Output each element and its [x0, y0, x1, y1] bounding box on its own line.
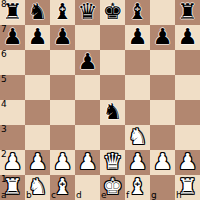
square-c5[interactable] — [50, 75, 75, 100]
piece-black-rook-h8[interactable]: ♜ — [178, 0, 198, 24]
square-f2[interactable]: ♟ — [125, 150, 150, 175]
square-g8[interactable] — [150, 0, 175, 25]
rank-label-3: 3 — [1, 125, 7, 134]
piece-white-pawn-h2[interactable]: ♟ — [178, 149, 198, 174]
square-f3[interactable]: ♞ — [125, 125, 150, 150]
square-g5[interactable] — [150, 75, 175, 100]
piece-white-bishop-c1[interactable]: ♝ — [53, 174, 73, 199]
piece-white-king-e1[interactable]: ♚ — [103, 174, 123, 199]
square-c4[interactable] — [50, 100, 75, 125]
square-g7[interactable]: ♟ — [150, 25, 175, 50]
square-g2[interactable]: ♟ — [150, 150, 175, 175]
rank-label-4: 4 — [1, 100, 7, 109]
piece-black-pawn-d6[interactable]: ♟ — [78, 49, 98, 74]
square-a7[interactable]: 7♟ — [0, 25, 25, 50]
square-c1[interactable]: c♝ — [50, 175, 75, 200]
chess-board: 8♜♞♝♛♚♝♜7♟♟♟♟♟♟6♟54♞3♞2♟♟♟♟♛♟♟♟1a♜b♞c♝de… — [0, 0, 200, 200]
square-c6[interactable] — [50, 50, 75, 75]
piece-white-pawn-a2[interactable]: ♟ — [3, 149, 23, 174]
square-e2[interactable]: ♛ — [100, 150, 125, 175]
file-label-d: d — [76, 191, 82, 200]
square-e5[interactable] — [100, 75, 125, 100]
square-b1[interactable]: b♞ — [25, 175, 50, 200]
square-b6[interactable] — [25, 50, 50, 75]
square-d8[interactable]: ♛ — [75, 0, 100, 25]
piece-black-knight-e4[interactable]: ♞ — [103, 99, 123, 124]
square-e7[interactable] — [100, 25, 125, 50]
square-d7[interactable] — [75, 25, 100, 50]
square-a4[interactable]: 4 — [0, 100, 25, 125]
square-f1[interactable]: f♝ — [125, 175, 150, 200]
square-d6[interactable]: ♟ — [75, 50, 100, 75]
square-a2[interactable]: 2♟ — [0, 150, 25, 175]
piece-white-rook-h1[interactable]: ♜ — [178, 174, 198, 199]
square-e4[interactable]: ♞ — [100, 100, 125, 125]
square-d3[interactable] — [75, 125, 100, 150]
square-g3[interactable] — [150, 125, 175, 150]
square-h5[interactable] — [175, 75, 200, 100]
square-b5[interactable] — [25, 75, 50, 100]
square-h1[interactable]: h♜ — [175, 175, 200, 200]
piece-black-bishop-f8[interactable]: ♝ — [128, 0, 148, 24]
square-c8[interactable]: ♝ — [50, 0, 75, 25]
square-f4[interactable] — [125, 100, 150, 125]
square-a3[interactable]: 3 — [0, 125, 25, 150]
piece-black-pawn-c7[interactable]: ♟ — [53, 24, 73, 49]
square-b4[interactable] — [25, 100, 50, 125]
piece-black-pawn-b7[interactable]: ♟ — [28, 24, 48, 49]
square-f7[interactable]: ♟ — [125, 25, 150, 50]
square-e8[interactable]: ♚ — [100, 0, 125, 25]
piece-black-pawn-g7[interactable]: ♟ — [153, 24, 173, 49]
square-a8[interactable]: 8♜ — [0, 0, 25, 25]
piece-black-pawn-a7[interactable]: ♟ — [3, 24, 23, 49]
piece-white-bishop-f1[interactable]: ♝ — [128, 174, 148, 199]
piece-black-pawn-h7[interactable]: ♟ — [178, 24, 198, 49]
square-d4[interactable] — [75, 100, 100, 125]
piece-white-knight-f3[interactable]: ♞ — [128, 124, 148, 149]
square-a1[interactable]: 1a♜ — [0, 175, 25, 200]
piece-white-pawn-d2[interactable]: ♟ — [78, 149, 98, 174]
square-h6[interactable] — [175, 50, 200, 75]
square-h4[interactable] — [175, 100, 200, 125]
piece-black-pawn-f7[interactable]: ♟ — [128, 24, 148, 49]
square-b3[interactable] — [25, 125, 50, 150]
piece-white-rook-a1[interactable]: ♜ — [3, 174, 23, 199]
square-e1[interactable]: e♚ — [100, 175, 125, 200]
piece-white-queen-e2[interactable]: ♛ — [103, 149, 123, 174]
square-f8[interactable]: ♝ — [125, 0, 150, 25]
file-label-g: g — [151, 191, 157, 200]
square-h2[interactable]: ♟ — [175, 150, 200, 175]
square-h3[interactable] — [175, 125, 200, 150]
piece-black-king-e8[interactable]: ♚ — [103, 0, 123, 24]
square-f5[interactable] — [125, 75, 150, 100]
square-a5[interactable]: 5 — [0, 75, 25, 100]
square-e3[interactable] — [100, 125, 125, 150]
piece-black-queen-d8[interactable]: ♛ — [78, 0, 98, 24]
rank-label-6: 6 — [1, 50, 7, 59]
square-d1[interactable]: d — [75, 175, 100, 200]
square-b7[interactable]: ♟ — [25, 25, 50, 50]
square-d2[interactable]: ♟ — [75, 150, 100, 175]
piece-white-pawn-f2[interactable]: ♟ — [128, 149, 148, 174]
piece-white-pawn-b2[interactable]: ♟ — [28, 149, 48, 174]
square-c3[interactable] — [50, 125, 75, 150]
square-c2[interactable]: ♟ — [50, 150, 75, 175]
piece-white-knight-b1[interactable]: ♞ — [28, 174, 48, 199]
square-b2[interactable]: ♟ — [25, 150, 50, 175]
square-a6[interactable]: 6 — [0, 50, 25, 75]
rank-label-5: 5 — [1, 75, 7, 84]
square-h8[interactable]: ♜ — [175, 0, 200, 25]
piece-white-pawn-c2[interactable]: ♟ — [53, 149, 73, 174]
piece-white-pawn-g2[interactable]: ♟ — [153, 149, 173, 174]
piece-black-rook-a8[interactable]: ♜ — [3, 0, 23, 24]
square-g4[interactable] — [150, 100, 175, 125]
square-g6[interactable] — [150, 50, 175, 75]
piece-black-knight-b8[interactable]: ♞ — [28, 0, 48, 24]
piece-black-bishop-c8[interactable]: ♝ — [53, 0, 73, 24]
square-b8[interactable]: ♞ — [25, 0, 50, 25]
square-d5[interactable] — [75, 75, 100, 100]
square-g1[interactable]: g — [150, 175, 175, 200]
square-e6[interactable] — [100, 50, 125, 75]
square-f6[interactable] — [125, 50, 150, 75]
square-c7[interactable]: ♟ — [50, 25, 75, 50]
square-h7[interactable]: ♟ — [175, 25, 200, 50]
